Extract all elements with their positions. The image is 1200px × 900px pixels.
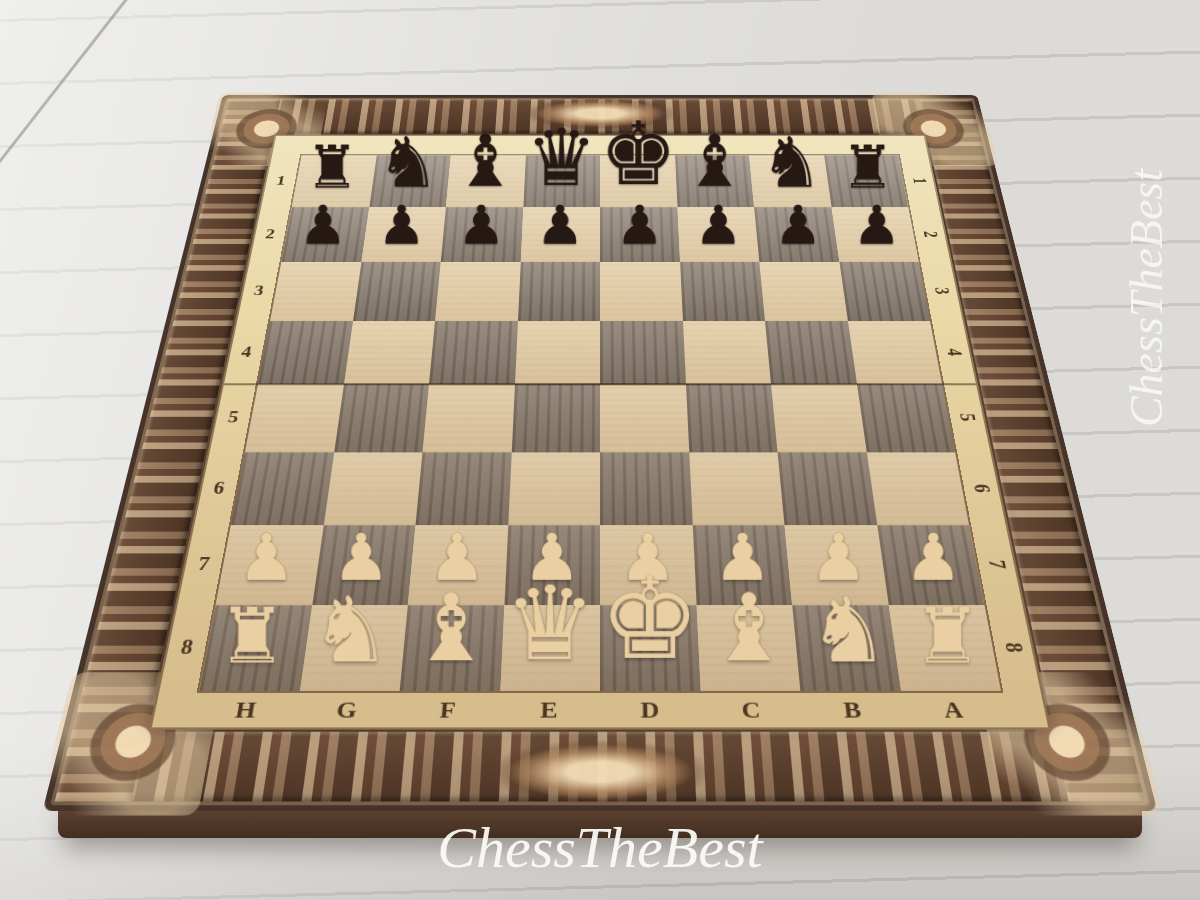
white-rook[interactable]: ♜ bbox=[914, 598, 983, 675]
square-b2[interactable]: ♟ bbox=[754, 207, 839, 262]
rank-label-4: 4 bbox=[909, 339, 998, 364]
square-c5[interactable] bbox=[686, 384, 778, 452]
watermark-bottom: ChessTheBest bbox=[0, 814, 1200, 881]
black-pawn[interactable]: ♟ bbox=[616, 198, 664, 252]
black-bishop[interactable]: ♝ bbox=[683, 126, 747, 198]
square-f3[interactable] bbox=[435, 262, 520, 321]
square-c4[interactable] bbox=[682, 321, 771, 384]
square-b5[interactable] bbox=[771, 384, 866, 452]
square-a8[interactable]: ♜ bbox=[888, 605, 1001, 691]
black-bishop[interactable]: ♝ bbox=[453, 126, 517, 198]
square-h5[interactable] bbox=[245, 384, 344, 452]
square-a5[interactable] bbox=[857, 384, 956, 452]
white-bishop[interactable]: ♝ bbox=[409, 582, 492, 675]
square-e3[interactable] bbox=[518, 262, 600, 321]
chess-board-assembly: ♜♞♝♛♚♝♞♜♟♟♟♟♟♟♟♟♟♟♟♟♟♟♟♟♜♞♝♛♚♝♞♜ 1234567… bbox=[42, 95, 1157, 811]
square-f5[interactable] bbox=[422, 384, 514, 452]
square-d3[interactable] bbox=[600, 262, 682, 321]
square-g6[interactable] bbox=[323, 452, 422, 525]
white-knight[interactable]: ♞ bbox=[311, 584, 392, 675]
square-a6[interactable] bbox=[866, 452, 969, 525]
black-knight[interactable]: ♞ bbox=[377, 128, 440, 198]
square-e2[interactable]: ♟ bbox=[520, 207, 600, 262]
square-f4[interactable] bbox=[429, 321, 518, 384]
square-d6[interactable] bbox=[600, 452, 692, 525]
square-b8[interactable]: ♞ bbox=[792, 605, 900, 691]
square-b3[interactable] bbox=[759, 262, 847, 321]
square-h3[interactable] bbox=[270, 262, 361, 321]
black-pawn[interactable]: ♟ bbox=[536, 198, 584, 252]
white-bishop[interactable]: ♝ bbox=[707, 582, 790, 675]
watermark-side: ChessTheBest bbox=[1120, 114, 1180, 482]
rank-label-1: 1 bbox=[879, 171, 959, 191]
square-g5[interactable] bbox=[334, 384, 429, 452]
black-pawn[interactable]: ♟ bbox=[457, 198, 505, 252]
square-f6[interactable] bbox=[415, 452, 511, 525]
square-c3[interactable] bbox=[680, 262, 765, 321]
white-pawn[interactable]: ♟ bbox=[905, 525, 963, 590]
black-queen[interactable]: ♛ bbox=[526, 119, 597, 198]
square-e6[interactable] bbox=[508, 452, 600, 525]
square-g2[interactable]: ♟ bbox=[361, 207, 446, 262]
black-pawn[interactable]: ♟ bbox=[774, 198, 822, 252]
black-knight[interactable]: ♞ bbox=[760, 128, 823, 198]
square-h8[interactable]: ♜ bbox=[199, 605, 312, 691]
black-rook[interactable]: ♜ bbox=[305, 138, 358, 197]
square-b4[interactable] bbox=[765, 321, 857, 384]
square-c8[interactable]: ♝ bbox=[696, 605, 800, 691]
square-h2[interactable]: ♟ bbox=[281, 207, 369, 262]
square-g8[interactable]: ♞ bbox=[299, 605, 407, 691]
black-pawn[interactable]: ♟ bbox=[299, 198, 347, 252]
square-c2[interactable]: ♟ bbox=[677, 207, 759, 262]
square-d5[interactable] bbox=[600, 384, 689, 452]
square-e5[interactable] bbox=[511, 384, 600, 452]
square-e4[interactable] bbox=[515, 321, 601, 384]
black-pawn[interactable]: ♟ bbox=[378, 198, 426, 252]
square-f8[interactable]: ♝ bbox=[400, 605, 504, 691]
square-b6[interactable] bbox=[778, 452, 877, 525]
square-g3[interactable] bbox=[353, 262, 441, 321]
black-pawn[interactable]: ♟ bbox=[695, 198, 743, 252]
square-f2[interactable]: ♟ bbox=[441, 207, 523, 262]
white-rook[interactable]: ♜ bbox=[218, 598, 287, 675]
square-d2[interactable]: ♟ bbox=[600, 207, 680, 262]
square-h4[interactable] bbox=[258, 321, 353, 384]
square-d8[interactable]: ♚ bbox=[600, 605, 700, 691]
white-queen[interactable]: ♛ bbox=[504, 573, 596, 675]
rank-label-2: 2 bbox=[889, 223, 972, 245]
square-h6[interactable] bbox=[231, 452, 334, 525]
white-knight[interactable]: ♞ bbox=[808, 584, 889, 675]
white-king[interactable]: ♚ bbox=[599, 562, 700, 675]
square-c6[interactable] bbox=[689, 452, 785, 525]
square-d4[interactable] bbox=[600, 321, 686, 384]
rank-label-3: 3 bbox=[899, 279, 985, 302]
squares-grid: ♜♞♝♛♚♝♞♜♟♟♟♟♟♟♟♟♟♟♟♟♟♟♟♟♜♞♝♛♚♝♞♜ bbox=[199, 156, 1000, 691]
square-e8[interactable]: ♛ bbox=[500, 605, 600, 691]
square-g4[interactable] bbox=[344, 321, 436, 384]
white-pawn[interactable]: ♟ bbox=[237, 525, 295, 590]
black-king[interactable]: ♚ bbox=[599, 111, 677, 198]
